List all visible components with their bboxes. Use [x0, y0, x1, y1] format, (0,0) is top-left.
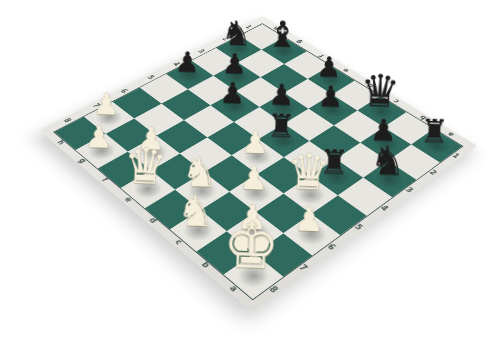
- piece-white-pawn-h7: ♟: [93, 89, 120, 119]
- piece-black-knight-h2: ♞: [221, 16, 253, 51]
- piece-white-king-a8: ♚: [222, 214, 281, 279]
- chess-board-mat: hgfedcba hgfedcba 12345678 12345678 ♝♟♛♜…: [39, 16, 477, 312]
- piece-black-pawn-f4: ♟: [219, 78, 246, 108]
- piece-black-rook-d4: ♜: [267, 109, 297, 142]
- piece-white-pawn-c6: ♟: [239, 162, 269, 195]
- piece-black-knight-a3: ♞: [369, 140, 406, 181]
- board-tilt-wrapper: hgfedcba hgfedcba 12345678 12345678 ♝♟♛♜…: [0, 0, 500, 353]
- piece-white-pawn-g8: ♟: [85, 121, 114, 153]
- piece-white-pawn-a6: ♟: [294, 202, 325, 237]
- chess-board: ♝♟♛♜♞♟♟♟♟♞♟♟♜♜♟♛♟♟♟♟♞♟♟♛♞♚: [53, 23, 463, 300]
- piece-black-pawn-d2: ♟: [317, 82, 344, 112]
- piece-white-knight-c8: ♞: [176, 189, 216, 233]
- board-scene: hgfedcba hgfedcba 12345678 12345678 ♝♟♛♜…: [0, 0, 500, 353]
- piece-white-queen-b5: ♛: [286, 147, 332, 198]
- piece-black-pawn-h4: ♟: [174, 48, 200, 77]
- piece-black-pawn-g3: ♟: [222, 50, 248, 79]
- piece-white-queen-e8: ♛: [123, 141, 169, 192]
- piece-black-rook-a1: ♜: [420, 115, 450, 148]
- product-photo: hgfedcba hgfedcba 12345678 12345678 ♝♟♛♜…: [0, 0, 500, 353]
- piece-white-pawn-d5: ♟: [241, 127, 270, 159]
